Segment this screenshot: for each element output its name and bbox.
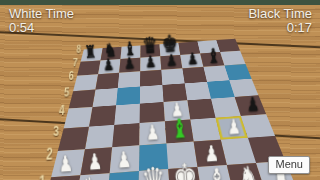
piece-white-bishop-e3-selected[interactable]: ♝ <box>170 116 189 143</box>
piece-white-pawn-d3[interactable]: ♟ <box>145 123 160 144</box>
square-d4[interactable] <box>140 102 165 123</box>
square-e2[interactable] <box>166 142 197 170</box>
piece-black-pawn-h4[interactable]: ♟ <box>246 95 260 115</box>
square-b2[interactable]: ♟ <box>80 147 112 175</box>
square-b6[interactable] <box>95 73 119 90</box>
black-timer-value: 0:17 <box>248 21 312 34</box>
rank-label-6: 6 <box>63 70 74 83</box>
rank-label-3: 3 <box>46 123 60 139</box>
piece-white-rook-a1[interactable]: ♜ <box>48 177 69 180</box>
square-c5[interactable] <box>116 87 140 106</box>
piece-white-pawn-f2[interactable]: ♟ <box>203 143 219 166</box>
square-c1[interactable] <box>107 171 139 180</box>
rank-label-5: 5 <box>58 85 70 99</box>
square-e6[interactable] <box>161 68 184 85</box>
piece-white-pawn-c2[interactable]: ♟ <box>116 149 132 172</box>
square-c3[interactable] <box>112 123 139 147</box>
rank-label-2: 2 <box>39 146 54 163</box>
rank-label-8: 8 <box>71 44 81 56</box>
rank-label-4: 4 <box>52 103 65 118</box>
square-c2[interactable]: ♟ <box>110 145 140 173</box>
rank-label-1: 1 <box>30 172 46 180</box>
white-timer-label: White Time <box>9 7 74 20</box>
piece-white-pawn-a2[interactable]: ♟ <box>57 153 73 176</box>
square-e5[interactable] <box>162 83 187 102</box>
piece-white-pawn-b2[interactable]: ♟ <box>86 151 102 174</box>
square-e4[interactable]: ♟ <box>164 100 191 121</box>
piece-white-bishop-f1[interactable]: ♝ <box>206 164 228 180</box>
piece-black-pawn-e7[interactable]: ♟ <box>165 52 177 69</box>
square-d3[interactable]: ♟ <box>139 121 166 145</box>
piece-black-pawn-d7[interactable]: ♟ <box>144 54 156 71</box>
square-e3[interactable]: ♝ <box>165 120 194 144</box>
square-d1[interactable]: ♛ <box>139 169 171 180</box>
piece-black-pawn-f7[interactable]: ♟ <box>186 51 198 68</box>
piece-black-pawn-c7[interactable]: ♟ <box>123 55 135 72</box>
menu-button[interactable]: Menu <box>268 156 310 174</box>
piece-white-queen-d1[interactable]: ♛ <box>140 162 166 180</box>
square-d6[interactable] <box>140 70 162 87</box>
square-b1[interactable]: ♞ <box>75 173 110 180</box>
square-b5[interactable] <box>92 88 117 107</box>
square-a5[interactable]: 5 <box>69 90 96 109</box>
square-c6[interactable] <box>118 71 141 88</box>
square-c4[interactable] <box>114 104 140 125</box>
square-f3[interactable] <box>190 118 221 142</box>
square-a3[interactable]: 3 <box>58 127 89 151</box>
square-d2[interactable] <box>139 143 168 171</box>
top-green-strip <box>0 0 320 5</box>
square-e7[interactable]: ♟ <box>160 55 182 70</box>
piece-black-pawn-b7[interactable]: ♟ <box>102 57 114 74</box>
square-a6[interactable]: 6 <box>73 74 98 91</box>
white-timer: White Time 0:54 <box>9 7 74 34</box>
piece-white-pawn-g3[interactable]: ♟ <box>226 117 241 138</box>
black-timer: Black Time 0:17 <box>248 7 312 34</box>
black-timer-label: Black Time <box>248 7 312 20</box>
piece-white-pawn-e4[interactable]: ♟ <box>170 100 184 120</box>
square-b3[interactable] <box>85 125 114 149</box>
square-c7[interactable]: ♟ <box>119 58 140 73</box>
white-timer-value: 0:54 <box>9 21 74 34</box>
rank-label-7: 7 <box>67 56 78 68</box>
square-d5[interactable] <box>140 85 164 104</box>
square-b4[interactable] <box>89 105 116 126</box>
